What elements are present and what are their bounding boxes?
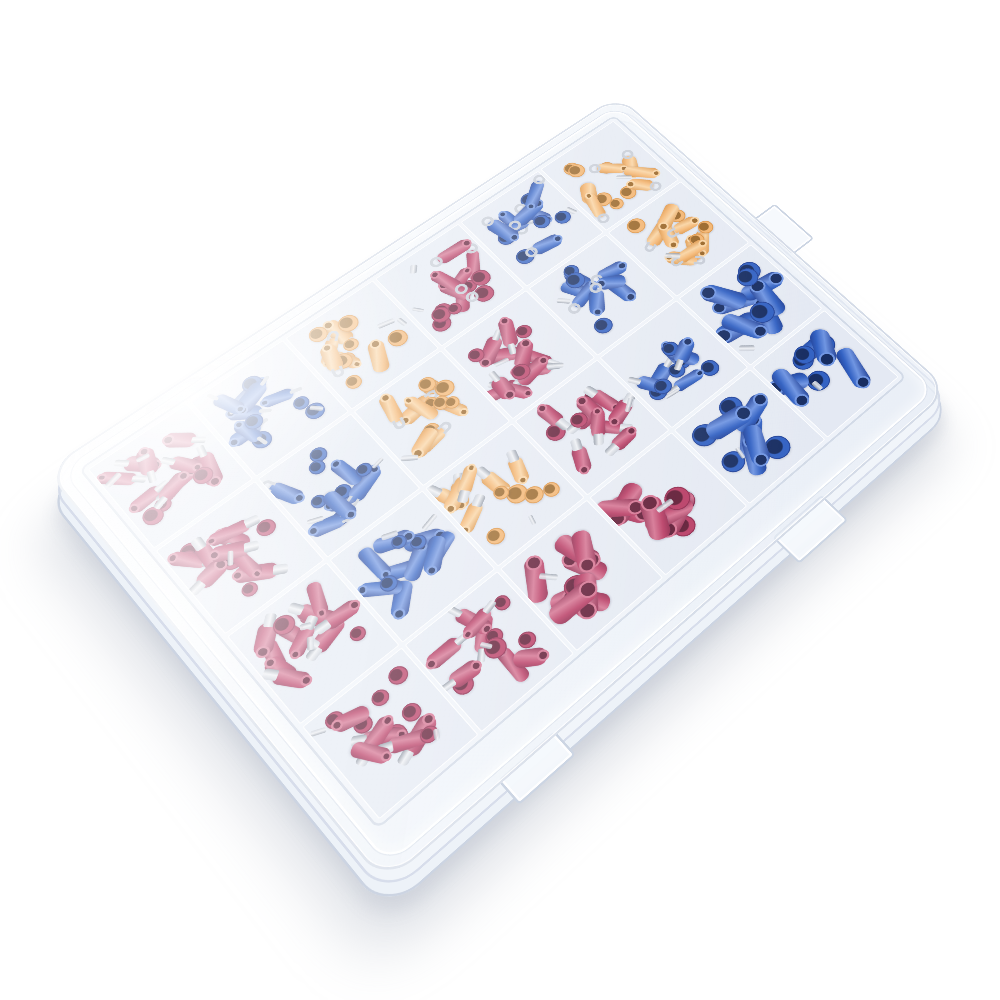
terminal-red-frd <box>523 555 549 604</box>
terminal-red-disconnect <box>384 663 412 689</box>
ring-metal-tip <box>565 302 583 316</box>
terminal-red-disconnect <box>346 623 369 645</box>
terminal-opening <box>522 389 534 399</box>
terminal-opening <box>423 657 439 672</box>
ring-metal-tip <box>478 214 496 228</box>
terminal-opening <box>625 425 639 437</box>
metal-crimp-barrel <box>547 362 564 368</box>
terminal-opening <box>551 233 564 244</box>
ring-metal-tip <box>588 163 601 172</box>
terminal-opening <box>443 503 457 514</box>
metal-crimp-barrel <box>433 728 441 741</box>
ring-metal-tip <box>649 180 662 190</box>
terminal-yellow-disconnect <box>483 524 509 548</box>
disconnect-metal-tip <box>287 602 306 616</box>
metal-crimp-barrel <box>376 318 394 329</box>
product-photo <box>0 0 1000 1000</box>
fork-metal-tip <box>693 256 706 266</box>
ring-metal-tip <box>532 174 547 185</box>
terminal-yellow-fork <box>384 326 412 349</box>
terminal-yellow-ring <box>596 163 626 172</box>
disconnect-metal-tip <box>273 563 288 575</box>
terminal-opening <box>615 260 629 271</box>
terminal-yellow-disconnect <box>507 455 531 485</box>
disconnect-metal-tip <box>593 433 604 446</box>
metal-crimp-barrel <box>228 550 234 566</box>
terminal-blue-fork <box>306 458 328 478</box>
metal-crimp-barrel <box>311 727 328 737</box>
disconnect-metal-tip <box>604 442 621 457</box>
terminal-red-disconnect <box>368 686 393 710</box>
bullet-metal-tip <box>206 393 219 401</box>
terminal-opening <box>766 270 786 287</box>
terminal-opening <box>698 284 718 300</box>
ring-metal-tip <box>428 255 446 269</box>
spade-metal-tip <box>131 476 147 483</box>
terminal-opening <box>853 374 873 391</box>
metal-crimp-barrel <box>556 299 570 304</box>
terminal-opening <box>535 402 550 414</box>
terminal-opening <box>166 553 180 563</box>
terminal-opening <box>161 436 175 446</box>
terminal-opening <box>288 649 302 661</box>
terminal-red-disconnect <box>570 444 593 475</box>
terminal-opening <box>127 502 142 515</box>
terminal-opening <box>574 394 589 407</box>
terminal-opening <box>425 566 438 577</box>
terminal-opening <box>507 232 521 243</box>
organizer-box <box>45 95 950 885</box>
metal-crimp-barrel <box>538 573 558 581</box>
terminal-opening <box>402 395 415 406</box>
ring-metal-tip <box>595 212 611 225</box>
terminal-opening <box>499 316 511 326</box>
terminal-opening <box>592 407 602 416</box>
terminal-yellow-ring <box>627 178 655 191</box>
terminal-red-spade <box>162 433 197 448</box>
terminal-opening <box>392 608 406 619</box>
terminal-opening <box>625 180 635 188</box>
fork-metal-tip <box>437 419 454 434</box>
terminal-opening <box>592 307 603 316</box>
spade-metal-tip <box>627 376 641 385</box>
terminal-opening <box>232 569 244 581</box>
terminal-yellow-fork <box>377 392 405 424</box>
fork-metal-tip <box>327 330 341 340</box>
terminal-opening <box>378 392 391 404</box>
terminal-opening <box>343 508 359 522</box>
terminal-opening <box>95 473 107 482</box>
terminal-opening <box>497 210 509 220</box>
terminal-opening <box>652 170 661 177</box>
ring-metal-tip <box>620 149 634 160</box>
terminal-opening <box>668 240 680 250</box>
terminal-opening <box>347 598 362 612</box>
metal-crimp-barrel <box>527 514 536 525</box>
terminal-opening <box>817 350 837 367</box>
terminal-opening <box>583 191 594 200</box>
terminal-red-disconnect <box>590 409 605 438</box>
terminal-red-spade <box>423 636 464 673</box>
spade-metal-tip <box>191 437 207 444</box>
metal-crimp-barrel <box>401 454 419 461</box>
fork-metal-tip <box>643 241 657 253</box>
terminal-opening <box>259 397 271 407</box>
terminal-blue-ring <box>530 232 564 256</box>
terminal-opening <box>328 458 342 470</box>
terminal-blue-ring <box>590 314 616 336</box>
ring-metal-tip <box>589 282 602 293</box>
terminal-opening <box>357 584 368 595</box>
terminal-opening <box>578 464 591 476</box>
bullet-metal-tip <box>290 386 303 394</box>
terminal-opening <box>624 291 639 303</box>
terminal-opening <box>321 342 335 354</box>
terminal-opening <box>226 436 241 449</box>
terminal-opening <box>502 388 518 402</box>
disconnect-metal-tip <box>397 749 415 767</box>
terminal-yellow-fork <box>624 216 649 236</box>
terminal-opening <box>231 420 245 431</box>
terminal-opening <box>307 524 321 537</box>
terminal-opening <box>792 391 813 409</box>
terminal-yellow-fork <box>366 339 390 374</box>
terminal-opening <box>525 554 543 571</box>
terminal-opening <box>458 407 471 417</box>
terminal-opening <box>750 391 771 409</box>
terminal-blue-frd <box>834 346 873 390</box>
terminal-yellow-fork <box>343 372 365 391</box>
terminal-opening <box>428 270 441 280</box>
terminal-yellow-disconnect <box>457 465 479 495</box>
terminal-opening <box>368 338 381 350</box>
disconnect-metal-tip <box>189 579 208 596</box>
disconnect-metal-tip <box>506 449 520 464</box>
spade-metal-tip <box>196 445 208 459</box>
terminal-opening <box>379 750 393 763</box>
terminal-red-spade <box>513 647 548 669</box>
terminal-red-disconnect <box>535 402 567 429</box>
terminal-opening <box>292 492 307 504</box>
bullet-metal-tip <box>259 409 272 414</box>
terminal-opening <box>520 338 532 347</box>
metal-crimp-barrel <box>409 265 417 274</box>
metal-crimp-barrel <box>411 307 424 312</box>
spade-metal-tip <box>446 606 462 619</box>
disconnect-metal-tip <box>262 669 281 682</box>
spade-metal-tip <box>146 470 157 484</box>
spade-metal-tip <box>113 460 129 467</box>
terminal-opening <box>537 649 550 662</box>
terminal-opening <box>299 675 314 687</box>
terminal-blue-ring <box>588 289 605 315</box>
terminal-red-disconnect <box>271 668 313 689</box>
disconnect-metal-tip <box>244 541 260 554</box>
metal-crimp-barrel <box>396 318 408 327</box>
terminal-opening <box>466 463 477 472</box>
terminal-opening <box>681 336 694 347</box>
metal-crimp-barrel <box>740 345 755 351</box>
disconnect-metal-tip <box>471 494 486 508</box>
disconnect-metal-tip <box>570 437 583 451</box>
